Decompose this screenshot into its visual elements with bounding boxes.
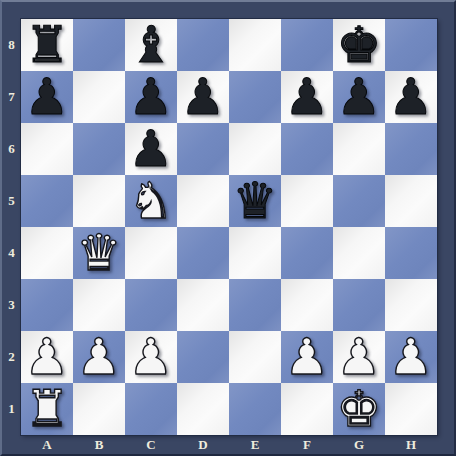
square-g1[interactable]: ♚: [333, 383, 385, 435]
square-g3[interactable]: [333, 279, 385, 331]
square-g4[interactable]: [333, 227, 385, 279]
file-label-d: D: [177, 435, 229, 454]
square-d1[interactable]: [177, 383, 229, 435]
square-g6[interactable]: [333, 123, 385, 175]
square-h7[interactable]: ♟: [385, 71, 437, 123]
square-h2[interactable]: ♟: [385, 331, 437, 383]
square-c2[interactable]: ♟: [125, 331, 177, 383]
square-h3[interactable]: [385, 279, 437, 331]
black-pawn[interactable]: ♟: [181, 71, 226, 123]
white-pawn[interactable]: ♟: [77, 331, 122, 383]
square-h6[interactable]: [385, 123, 437, 175]
square-d3[interactable]: [177, 279, 229, 331]
square-d2[interactable]: [177, 331, 229, 383]
square-a2[interactable]: ♟: [21, 331, 73, 383]
square-f7[interactable]: ♟: [281, 71, 333, 123]
rank-label-6: 6: [2, 123, 21, 175]
square-c6[interactable]: ♟: [125, 123, 177, 175]
square-f1[interactable]: [281, 383, 333, 435]
black-king[interactable]: ♚: [337, 19, 382, 71]
rank-label-4: 4: [2, 227, 21, 279]
white-pawn[interactable]: ♟: [337, 331, 382, 383]
square-c1[interactable]: [125, 383, 177, 435]
black-bishop[interactable]: ♝: [129, 19, 174, 71]
square-d6[interactable]: [177, 123, 229, 175]
square-g7[interactable]: ♟: [333, 71, 385, 123]
square-e5[interactable]: ♛: [229, 175, 281, 227]
square-g5[interactable]: [333, 175, 385, 227]
square-c7[interactable]: ♟: [125, 71, 177, 123]
square-e6[interactable]: [229, 123, 281, 175]
white-pawn[interactable]: ♟: [129, 331, 174, 383]
black-pawn[interactable]: ♟: [285, 71, 330, 123]
square-d4[interactable]: [177, 227, 229, 279]
square-b5[interactable]: [73, 175, 125, 227]
square-b3[interactable]: [73, 279, 125, 331]
black-queen[interactable]: ♛: [233, 175, 278, 227]
chess-board-frame: 87654321 ♜♝♚♟♟♟♟♟♟♟♞♛♛♟♟♟♟♟♟♜♚ ABCDEFGH: [0, 0, 456, 456]
file-label-f: F: [281, 435, 333, 454]
square-b4[interactable]: ♛: [73, 227, 125, 279]
square-b2[interactable]: ♟: [73, 331, 125, 383]
square-a4[interactable]: [21, 227, 73, 279]
file-label-b: B: [73, 435, 125, 454]
square-g2[interactable]: ♟: [333, 331, 385, 383]
black-pawn[interactable]: ♟: [337, 71, 382, 123]
square-a7[interactable]: ♟: [21, 71, 73, 123]
file-label-h: H: [385, 435, 437, 454]
square-c8[interactable]: ♝: [125, 19, 177, 71]
square-d5[interactable]: [177, 175, 229, 227]
square-c4[interactable]: [125, 227, 177, 279]
square-e7[interactable]: [229, 71, 281, 123]
square-c5[interactable]: ♞: [125, 175, 177, 227]
white-pawn[interactable]: ♟: [389, 331, 434, 383]
file-label-g: G: [333, 435, 385, 454]
white-king[interactable]: ♚: [337, 383, 382, 435]
white-knight[interactable]: ♞: [129, 175, 174, 227]
white-pawn[interactable]: ♟: [25, 331, 70, 383]
square-d7[interactable]: ♟: [177, 71, 229, 123]
black-pawn[interactable]: ♟: [389, 71, 434, 123]
square-h1[interactable]: [385, 383, 437, 435]
chess-board[interactable]: ♜♝♚♟♟♟♟♟♟♟♞♛♛♟♟♟♟♟♟♜♚: [21, 19, 437, 435]
rank-label-7: 7: [2, 71, 21, 123]
square-f6[interactable]: [281, 123, 333, 175]
white-queen[interactable]: ♛: [77, 227, 122, 279]
square-a5[interactable]: [21, 175, 73, 227]
square-f5[interactable]: [281, 175, 333, 227]
square-h8[interactable]: [385, 19, 437, 71]
square-d8[interactable]: [177, 19, 229, 71]
square-e8[interactable]: [229, 19, 281, 71]
square-c3[interactable]: [125, 279, 177, 331]
square-e1[interactable]: [229, 383, 281, 435]
square-f8[interactable]: [281, 19, 333, 71]
rank-label-1: 1: [2, 383, 21, 435]
black-pawn[interactable]: ♟: [129, 71, 174, 123]
square-h5[interactable]: [385, 175, 437, 227]
square-e2[interactable]: [229, 331, 281, 383]
rank-label-5: 5: [2, 175, 21, 227]
rank-label-2: 2: [2, 331, 21, 383]
square-b8[interactable]: [73, 19, 125, 71]
rank-labels: 87654321: [2, 19, 21, 435]
square-f4[interactable]: [281, 227, 333, 279]
square-a8[interactable]: ♜: [21, 19, 73, 71]
file-label-e: E: [229, 435, 281, 454]
square-a1[interactable]: ♜: [21, 383, 73, 435]
square-b7[interactable]: [73, 71, 125, 123]
black-pawn[interactable]: ♟: [129, 123, 174, 175]
file-label-a: A: [21, 435, 73, 454]
square-e3[interactable]: [229, 279, 281, 331]
white-rook[interactable]: ♜: [25, 383, 70, 435]
square-a3[interactable]: [21, 279, 73, 331]
black-pawn[interactable]: ♟: [25, 71, 70, 123]
white-pawn[interactable]: ♟: [285, 331, 330, 383]
square-f2[interactable]: ♟: [281, 331, 333, 383]
square-a6[interactable]: [21, 123, 73, 175]
rank-label-8: 8: [2, 19, 21, 71]
square-f3[interactable]: [281, 279, 333, 331]
square-b1[interactable]: [73, 383, 125, 435]
file-labels: ABCDEFGH: [21, 435, 437, 454]
black-rook[interactable]: ♜: [25, 19, 70, 71]
square-h4[interactable]: [385, 227, 437, 279]
square-g8[interactable]: ♚: [333, 19, 385, 71]
square-e4[interactable]: [229, 227, 281, 279]
file-label-c: C: [125, 435, 177, 454]
square-b6[interactable]: [73, 123, 125, 175]
rank-label-3: 3: [2, 279, 21, 331]
